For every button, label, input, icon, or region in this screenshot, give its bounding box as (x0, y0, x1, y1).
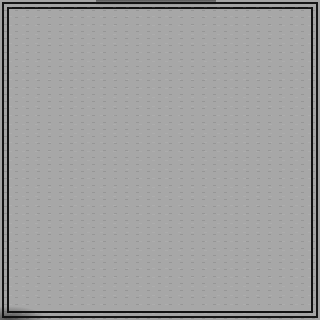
print-smudge (96, 0, 216, 5)
scanned-page (0, 0, 320, 320)
chess-board (7, 7, 313, 313)
